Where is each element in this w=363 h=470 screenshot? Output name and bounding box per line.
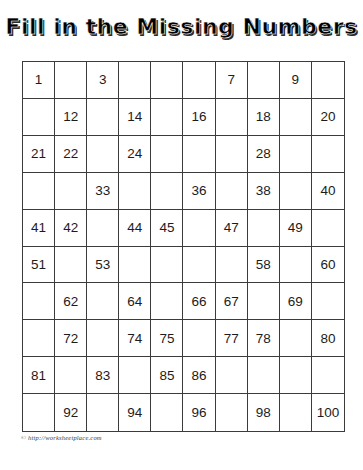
- grid-cell-number: 45: [151, 210, 183, 247]
- grid-cell-blank[interactable]: [280, 320, 312, 357]
- grid-cell-blank[interactable]: [87, 136, 119, 173]
- grid-cell-number: 53: [87, 247, 119, 284]
- grid-cell-blank[interactable]: [23, 320, 55, 357]
- grid-cell-blank[interactable]: [55, 357, 87, 394]
- grid-cell-number: 47: [216, 210, 248, 247]
- grid-cell-number: 18: [248, 99, 280, 136]
- grid-cell-blank[interactable]: [312, 210, 344, 247]
- grid-cell-number: 49: [280, 210, 312, 247]
- grid-cell-blank[interactable]: [151, 136, 183, 173]
- grid-cell-number: 62: [55, 283, 87, 320]
- grid-cell-number: 38: [248, 173, 280, 210]
- grid-cell-number: 83: [87, 357, 119, 394]
- grid-cell-blank[interactable]: [23, 173, 55, 210]
- grid-cell-number: 58: [248, 247, 280, 284]
- grid-cell-number: 41: [23, 210, 55, 247]
- grid-cell-blank[interactable]: [280, 99, 312, 136]
- grid-cell-blank[interactable]: [312, 357, 344, 394]
- grid-cell-blank[interactable]: [248, 283, 280, 320]
- grid-cell-blank[interactable]: [55, 247, 87, 284]
- grid-cell-blank[interactable]: [183, 247, 215, 284]
- grid-cell-number: 64: [119, 283, 151, 320]
- grid-cell-number: 100: [312, 394, 344, 431]
- grid-cell-number: 80: [312, 320, 344, 357]
- grid-cell-blank[interactable]: [312, 136, 344, 173]
- grid-cell-blank[interactable]: [151, 283, 183, 320]
- grid-cell-number: 24: [119, 136, 151, 173]
- worksheet-title: Fill in the Missing Numbers: [0, 14, 363, 39]
- grid-cell-blank[interactable]: [312, 283, 344, 320]
- grid-cell-number: 67: [216, 283, 248, 320]
- grid-cell-blank[interactable]: [87, 394, 119, 431]
- grid-cell-blank[interactable]: [151, 173, 183, 210]
- grid-cell-blank[interactable]: [23, 394, 55, 431]
- grid-cell-blank[interactable]: [183, 210, 215, 247]
- grid-cell-blank[interactable]: [216, 173, 248, 210]
- number-grid: 1379121416182021222428333638404142444547…: [22, 61, 345, 432]
- grid-cell-number: 77: [216, 320, 248, 357]
- grid-cell-blank[interactable]: [216, 247, 248, 284]
- grid-cell-number: 66: [183, 283, 215, 320]
- grid-cell-number: 9: [280, 62, 312, 99]
- grid-cell-blank[interactable]: [87, 99, 119, 136]
- grid-cell-blank[interactable]: [23, 283, 55, 320]
- grid-cell-number: 74: [119, 320, 151, 357]
- grid-cell-blank[interactable]: [151, 247, 183, 284]
- grid-cell-number: 20: [312, 99, 344, 136]
- grid-cell-number: 21: [23, 136, 55, 173]
- grid-cell-blank[interactable]: [55, 62, 87, 99]
- grid-cell-number: 60: [312, 247, 344, 284]
- grid-cell-blank[interactable]: [248, 210, 280, 247]
- grid-cell-number: 3: [87, 62, 119, 99]
- grid-cell-blank[interactable]: [23, 99, 55, 136]
- grid-cell-blank[interactable]: [216, 99, 248, 136]
- grid-cell-blank[interactable]: [151, 99, 183, 136]
- grid-cell-number: 85: [151, 357, 183, 394]
- grid-cell-number: 96: [183, 394, 215, 431]
- grid-cell-blank[interactable]: [183, 320, 215, 357]
- grid-cell-number: 69: [280, 283, 312, 320]
- grid-cell-blank[interactable]: [87, 320, 119, 357]
- grid-cell-number: 51: [23, 247, 55, 284]
- grid-cell-number: 94: [119, 394, 151, 431]
- grid-cell-blank[interactable]: [280, 247, 312, 284]
- grid-cell-blank[interactable]: [183, 62, 215, 99]
- worksheet-page: Fill in the Missing Numbers 137912141618…: [0, 0, 363, 470]
- grid-cell-blank[interactable]: [119, 62, 151, 99]
- grid-cell-number: 92: [55, 394, 87, 431]
- grid-cell-number: 28: [248, 136, 280, 173]
- grid-cell-number: 22: [55, 136, 87, 173]
- grid-cell-blank[interactable]: [312, 62, 344, 99]
- grid-cell-blank[interactable]: [216, 394, 248, 431]
- grid-cell-blank[interactable]: [151, 394, 183, 431]
- grid-cell-blank[interactable]: [119, 173, 151, 210]
- grid-cell-number: 16: [183, 99, 215, 136]
- grid-cell-blank[interactable]: [248, 62, 280, 99]
- grid-cell-blank[interactable]: [216, 357, 248, 394]
- grid-cell-blank[interactable]: [216, 136, 248, 173]
- grid-cell-blank[interactable]: [55, 173, 87, 210]
- grid-cell-number: 7: [216, 62, 248, 99]
- grid-cell-number: 36: [183, 173, 215, 210]
- grid-cell-number: 12: [55, 99, 87, 136]
- grid-cell-number: 81: [23, 357, 55, 394]
- grid-cell-blank[interactable]: [119, 357, 151, 394]
- grid-cell-number: 78: [248, 320, 280, 357]
- grid-cell-blank[interactable]: [280, 394, 312, 431]
- grid-cell-blank[interactable]: [151, 62, 183, 99]
- copyright-text: © http://worksheetplace.com: [21, 434, 102, 441]
- grid-cell-number: 72: [55, 320, 87, 357]
- grid-cell-blank[interactable]: [280, 357, 312, 394]
- grid-cell-number: 1: [23, 62, 55, 99]
- grid-cell-number: 98: [248, 394, 280, 431]
- grid-cell-blank[interactable]: [87, 210, 119, 247]
- grid-cell-number: 40: [312, 173, 344, 210]
- grid-cell-blank[interactable]: [280, 173, 312, 210]
- grid-cell-number: 14: [119, 99, 151, 136]
- grid-cell-number: 44: [119, 210, 151, 247]
- grid-cell-number: 86: [183, 357, 215, 394]
- grid-cell-number: 42: [55, 210, 87, 247]
- grid-cell-blank[interactable]: [280, 136, 312, 173]
- grid-cell-blank[interactable]: [183, 136, 215, 173]
- grid-cell-blank[interactable]: [248, 357, 280, 394]
- grid-cell-number: 33: [87, 173, 119, 210]
- grid-cell-number: 75: [151, 320, 183, 357]
- grid-cell-blank[interactable]: [87, 283, 119, 320]
- grid-cell-blank[interactable]: [119, 247, 151, 284]
